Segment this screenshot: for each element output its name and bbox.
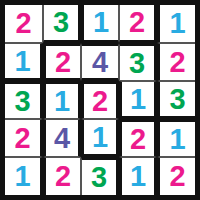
cell-r2c2: 2 bbox=[43, 43, 81, 81]
cell-digit: 1 bbox=[93, 8, 109, 37]
cell-r5c2: 2 bbox=[43, 157, 81, 195]
cell-r1c5: 1 bbox=[157, 5, 195, 43]
cell-digit: 2 bbox=[129, 8, 145, 37]
cell-r4c3: 1 bbox=[81, 119, 119, 157]
cell-r3c2: 1 bbox=[43, 81, 81, 119]
cell-r4c5: 1 bbox=[157, 119, 195, 157]
cell-digit: 1 bbox=[54, 87, 70, 116]
cell-digit: 2 bbox=[14, 124, 30, 153]
cell-r3c4: 1 bbox=[119, 81, 157, 119]
cell-digit: 1 bbox=[14, 47, 30, 76]
cell-digit: 2 bbox=[55, 48, 71, 77]
cell-digit: 1 bbox=[92, 123, 108, 152]
cell-r5c5: 2 bbox=[157, 157, 195, 195]
cell-digit: 4 bbox=[92, 48, 108, 77]
cell-digit: 3 bbox=[129, 49, 145, 78]
cell-digit: 2 bbox=[92, 87, 108, 116]
cell-r2c5: 2 bbox=[157, 43, 195, 81]
cell-digit: 3 bbox=[169, 85, 185, 114]
cell-digit: 2 bbox=[55, 162, 71, 191]
cell-digit: 3 bbox=[91, 163, 107, 192]
cell-r2c1: 1 bbox=[5, 43, 43, 81]
cell-r5c3: 3 bbox=[81, 157, 119, 195]
cell-r4c4: 2 bbox=[119, 119, 157, 157]
cell-r5c4: 1 bbox=[119, 157, 157, 195]
cell-r2c3: 4 bbox=[81, 43, 119, 81]
cell-r1c4: 2 bbox=[119, 5, 157, 43]
suguru-board: 2312112432312132412112312 bbox=[0, 0, 200, 200]
cell-digit: 4 bbox=[54, 124, 70, 153]
cell-r3c5: 3 bbox=[157, 81, 195, 119]
cell-r1c3: 1 bbox=[81, 5, 119, 43]
cell-r4c1: 2 bbox=[5, 119, 43, 157]
cell-r2c4: 3 bbox=[119, 43, 157, 81]
cell-r1c2: 3 bbox=[43, 5, 81, 43]
cell-r3c3: 2 bbox=[81, 81, 119, 119]
cell-digit: 2 bbox=[15, 9, 31, 38]
cell-digit: 3 bbox=[14, 87, 30, 116]
cell-digit: 1 bbox=[130, 85, 146, 114]
cell-digit: 1 bbox=[14, 162, 30, 191]
cell-digit: 1 bbox=[130, 162, 146, 191]
cell-digit: 2 bbox=[169, 162, 185, 191]
cell-digit: 3 bbox=[53, 8, 69, 37]
cell-digit: 1 bbox=[169, 9, 185, 38]
cell-r4c2: 4 bbox=[43, 119, 81, 157]
cell-digit: 2 bbox=[130, 125, 146, 154]
cell-r3c1: 3 bbox=[5, 81, 43, 119]
cell-r1c1: 2 bbox=[5, 5, 43, 43]
cell-digit: 2 bbox=[169, 48, 185, 77]
cell-digit: 1 bbox=[169, 125, 185, 154]
cell-r5c1: 1 bbox=[5, 157, 43, 195]
